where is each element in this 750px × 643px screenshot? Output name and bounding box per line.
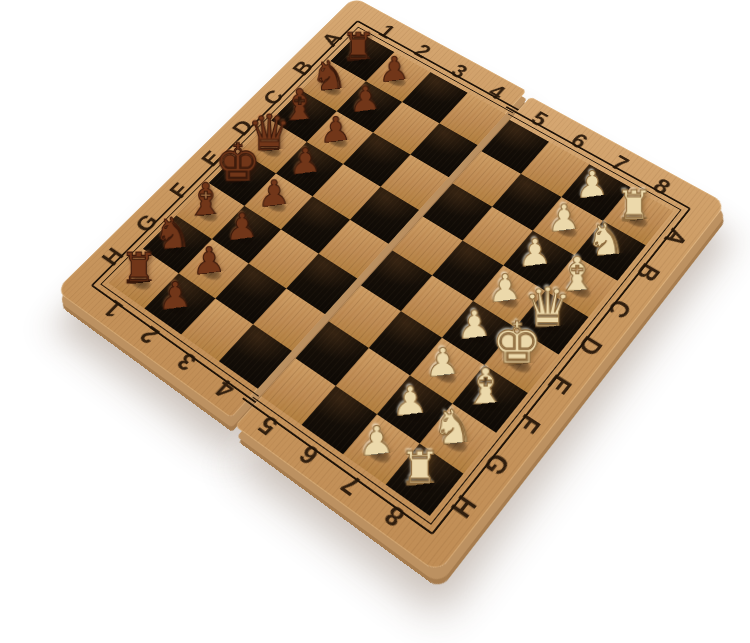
square-h3[interactable]: [181, 298, 253, 361]
square-g3[interactable]: [215, 263, 286, 324]
product-photo-canvas: ABCDEFGH 1234 1234 ♜♞♝♛♚♝♞♜♟♟♟♟♟♟♟♟ 5678…: [0, 0, 750, 643]
chess-board: ABCDEFGH 1234 1234 ♜♞♝♛♚♝♞♜♟♟♟♟♟♟♟♟ 5678…: [55, 0, 726, 568]
piece-light-rook-h8[interactable]: ♜: [384, 416, 455, 485]
piece-dark-pawn-h2[interactable]: ♟: [143, 245, 208, 308]
